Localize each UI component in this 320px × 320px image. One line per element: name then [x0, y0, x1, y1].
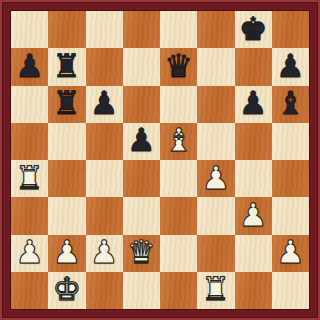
white-queen[interactable]: ♛	[127, 236, 156, 268]
square-h7[interactable]: ♟	[272, 48, 309, 85]
square-a2[interactable]: ♟	[11, 235, 48, 272]
square-a5[interactable]	[11, 123, 48, 160]
white-king[interactable]: ♚	[53, 273, 82, 305]
black-queen[interactable]: ♛	[164, 50, 193, 82]
square-d4[interactable]	[123, 160, 160, 197]
square-c6[interactable]: ♟	[86, 86, 123, 123]
black-pawn[interactable]: ♟	[90, 87, 119, 119]
square-g1[interactable]	[235, 272, 272, 309]
square-h3[interactable]	[272, 197, 309, 234]
square-f2[interactable]	[197, 235, 234, 272]
white-rook[interactable]: ♜	[15, 162, 44, 194]
square-f3[interactable]	[197, 197, 234, 234]
square-a6[interactable]	[11, 86, 48, 123]
square-f8[interactable]	[197, 11, 234, 48]
square-e6[interactable]	[160, 86, 197, 123]
black-rook[interactable]: ♜	[53, 50, 82, 82]
square-h1[interactable]	[272, 272, 309, 309]
white-bishop[interactable]: ♝	[164, 124, 193, 156]
square-e1[interactable]	[160, 272, 197, 309]
white-rook[interactable]: ♜	[202, 273, 231, 305]
black-pawn[interactable]: ♟	[276, 50, 305, 82]
square-f1[interactable]: ♜	[197, 272, 234, 309]
square-d1[interactable]	[123, 272, 160, 309]
square-h2[interactable]: ♟	[272, 235, 309, 272]
square-b5[interactable]	[48, 123, 85, 160]
square-g6[interactable]: ♟	[235, 86, 272, 123]
square-c2[interactable]: ♟	[86, 235, 123, 272]
square-g2[interactable]	[235, 235, 272, 272]
square-b8[interactable]	[48, 11, 85, 48]
square-g4[interactable]	[235, 160, 272, 197]
white-pawn[interactable]: ♟	[15, 236, 44, 268]
square-g5[interactable]	[235, 123, 272, 160]
square-h6[interactable]: ♝	[272, 86, 309, 123]
square-a1[interactable]	[11, 272, 48, 309]
square-d3[interactable]	[123, 197, 160, 234]
square-c7[interactable]	[86, 48, 123, 85]
white-pawn[interactable]: ♟	[202, 162, 231, 194]
white-pawn[interactable]: ♟	[239, 199, 268, 231]
white-pawn[interactable]: ♟	[90, 236, 119, 268]
square-b3[interactable]	[48, 197, 85, 234]
square-c4[interactable]	[86, 160, 123, 197]
square-f4[interactable]: ♟	[197, 160, 234, 197]
square-f5[interactable]	[197, 123, 234, 160]
square-c5[interactable]	[86, 123, 123, 160]
square-c3[interactable]	[86, 197, 123, 234]
square-a8[interactable]	[11, 11, 48, 48]
black-bishop[interactable]: ♝	[276, 87, 305, 119]
square-d2[interactable]: ♛	[123, 235, 160, 272]
square-b6[interactable]: ♜	[48, 86, 85, 123]
square-f6[interactable]	[197, 86, 234, 123]
square-e7[interactable]: ♛	[160, 48, 197, 85]
square-e2[interactable]	[160, 235, 197, 272]
square-g8[interactable]: ♚	[235, 11, 272, 48]
black-pawn[interactable]: ♟	[239, 87, 268, 119]
square-b7[interactable]: ♜	[48, 48, 85, 85]
square-d5[interactable]: ♟	[123, 123, 160, 160]
square-e4[interactable]	[160, 160, 197, 197]
square-d8[interactable]	[123, 11, 160, 48]
square-c8[interactable]	[86, 11, 123, 48]
square-g7[interactable]	[235, 48, 272, 85]
square-h4[interactable]	[272, 160, 309, 197]
square-e8[interactable]	[160, 11, 197, 48]
black-rook[interactable]: ♜	[53, 87, 82, 119]
square-a7[interactable]: ♟	[11, 48, 48, 85]
square-f7[interactable]	[197, 48, 234, 85]
square-c1[interactable]	[86, 272, 123, 309]
white-pawn[interactable]: ♟	[276, 236, 305, 268]
square-b2[interactable]: ♟	[48, 235, 85, 272]
chess-board-frame: ♚♟♜♛♟♜♟♟♝♟♝♜♟♟♟♟♟♛♟♚♜	[0, 0, 320, 320]
square-e3[interactable]	[160, 197, 197, 234]
square-d7[interactable]	[123, 48, 160, 85]
square-b4[interactable]	[48, 160, 85, 197]
chess-board: ♚♟♜♛♟♜♟♟♝♟♝♜♟♟♟♟♟♛♟♚♜	[10, 10, 310, 310]
white-pawn[interactable]: ♟	[53, 236, 82, 268]
square-b1[interactable]: ♚	[48, 272, 85, 309]
square-a4[interactable]: ♜	[11, 160, 48, 197]
square-e5[interactable]: ♝	[160, 123, 197, 160]
square-h8[interactable]	[272, 11, 309, 48]
black-pawn[interactable]: ♟	[15, 50, 44, 82]
square-h5[interactable]	[272, 123, 309, 160]
square-g3[interactable]: ♟	[235, 197, 272, 234]
square-d6[interactable]	[123, 86, 160, 123]
square-a3[interactable]	[11, 197, 48, 234]
black-king[interactable]: ♚	[239, 13, 268, 45]
black-pawn[interactable]: ♟	[127, 124, 156, 156]
